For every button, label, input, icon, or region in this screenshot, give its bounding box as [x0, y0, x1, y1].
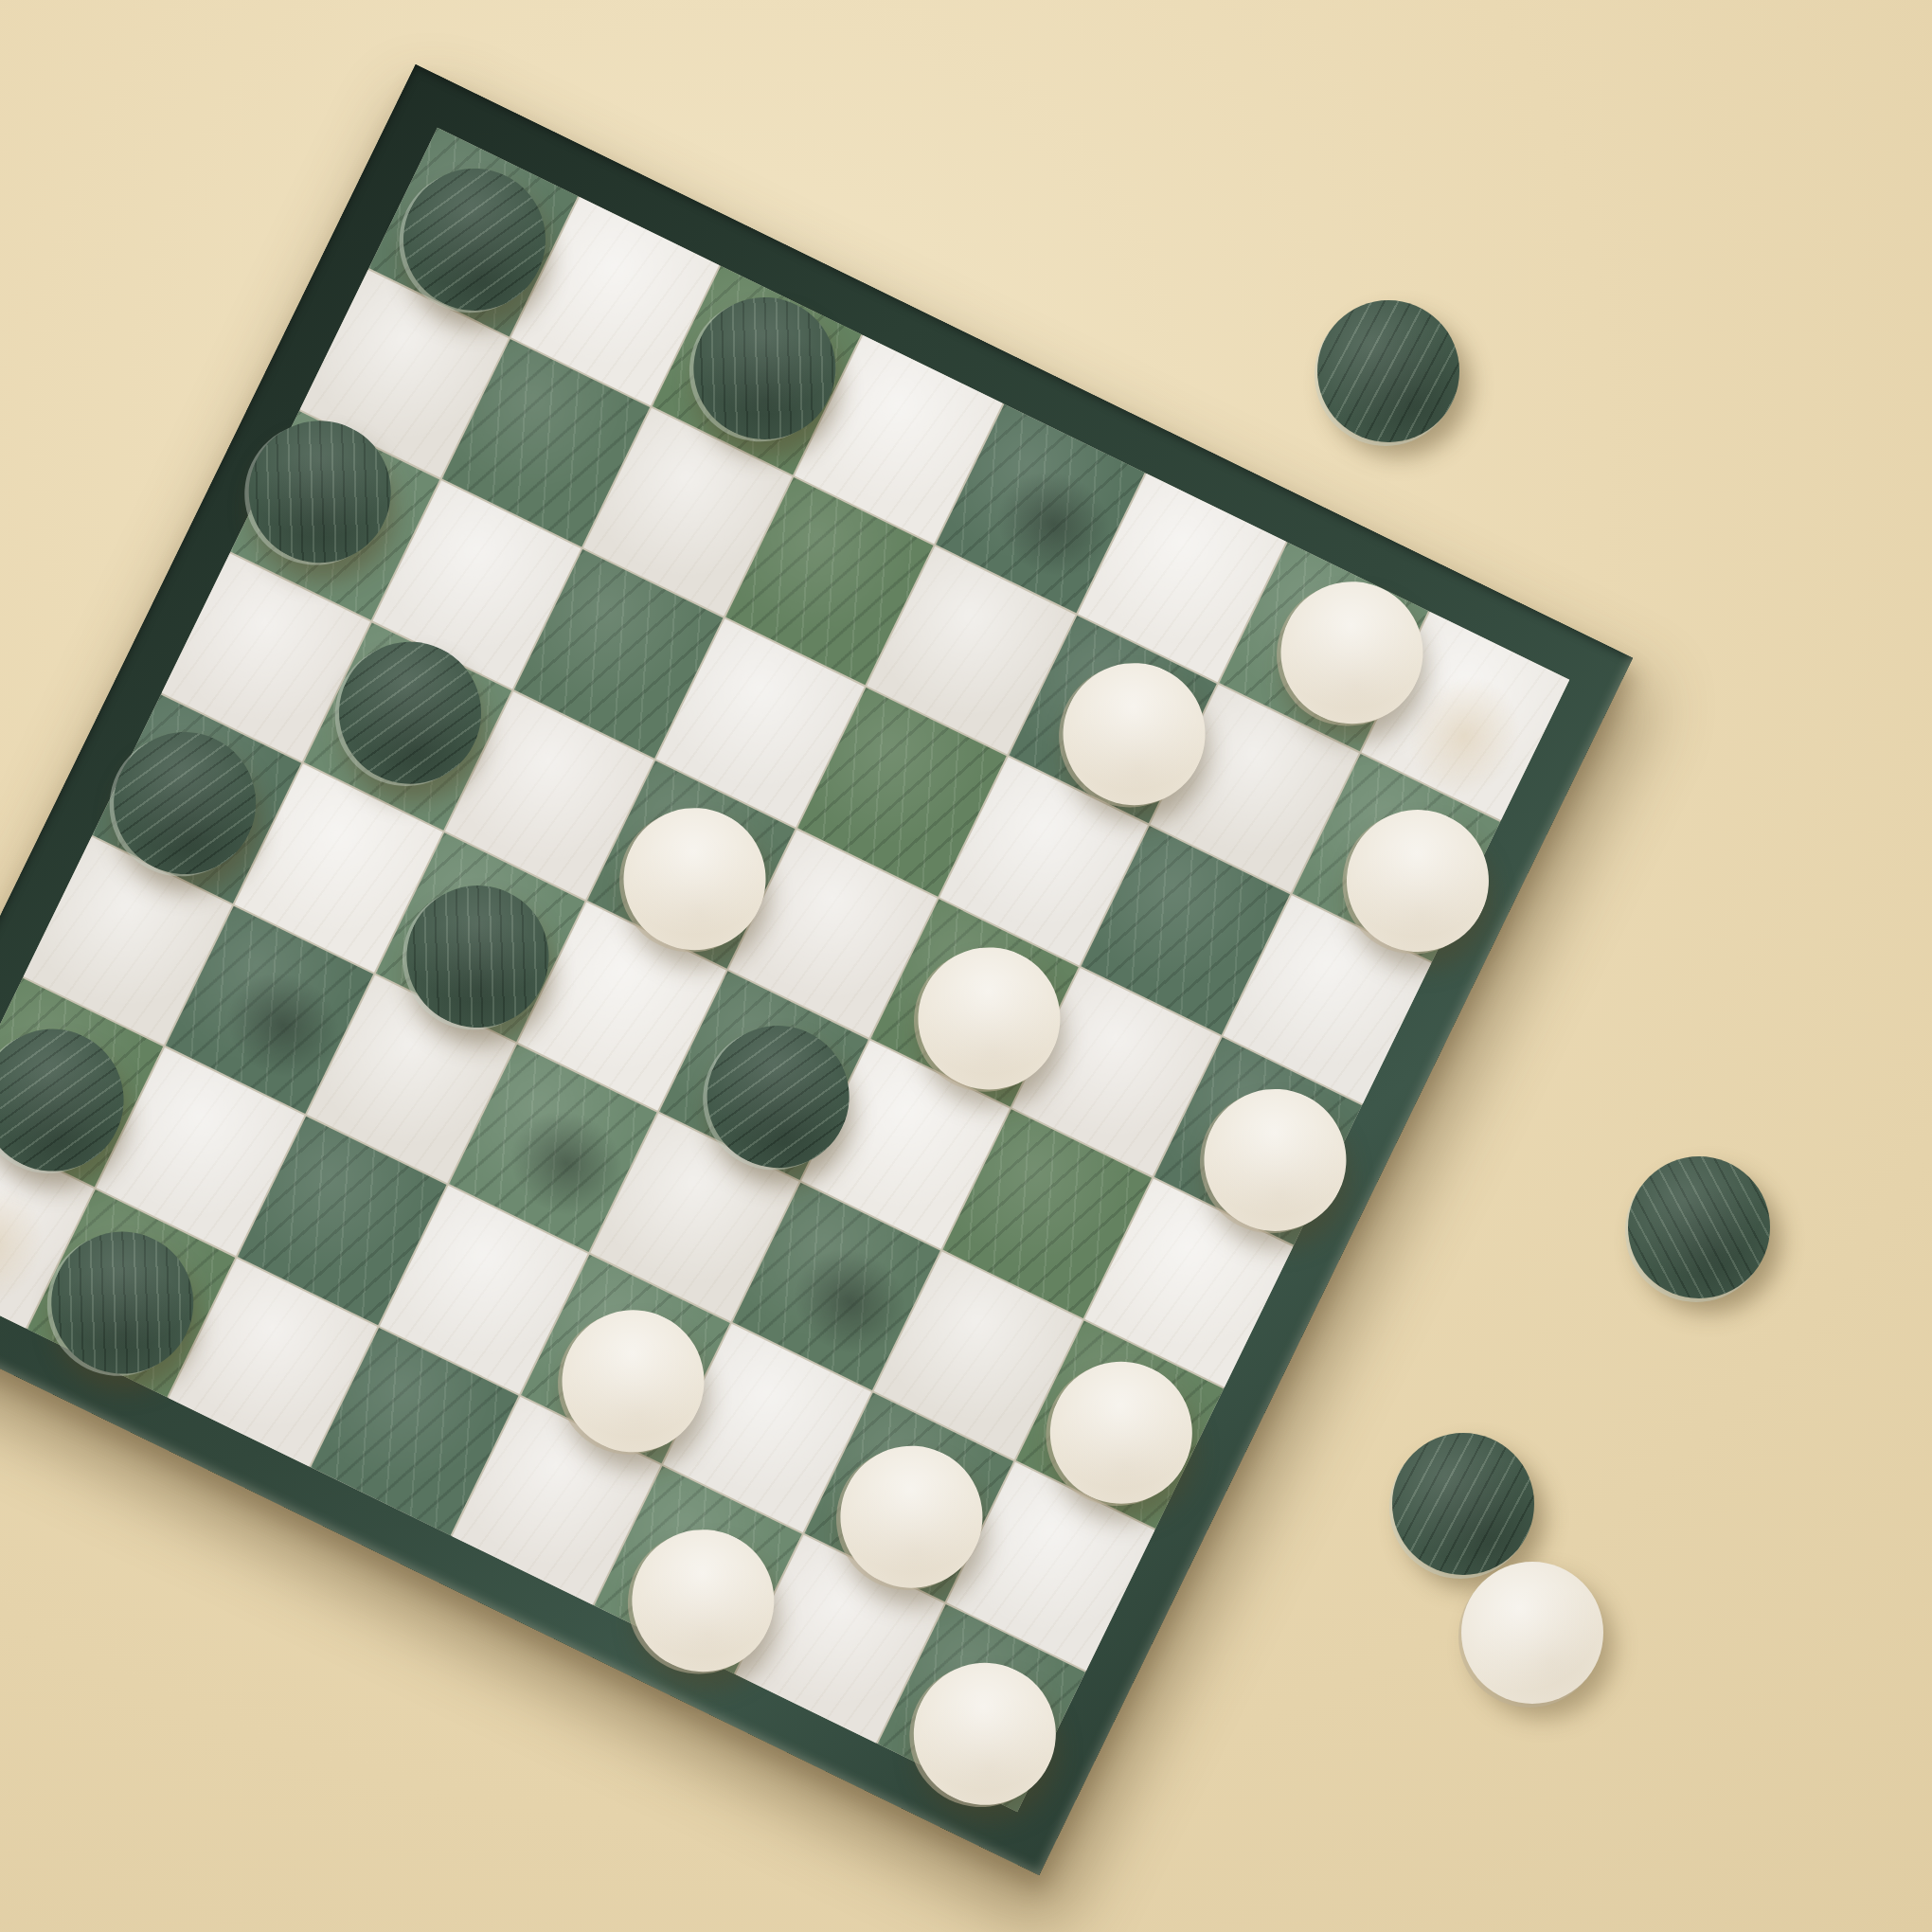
green-checker-off-board-1[interactable] [1317, 300, 1459, 442]
table-surface [0, 0, 1932, 1932]
green-checker-off-board-3[interactable] [1392, 1433, 1534, 1575]
green-checker-off-board-2[interactable] [1628, 1156, 1770, 1298]
white-checker-off-board-4[interactable] [1461, 1562, 1603, 1704]
